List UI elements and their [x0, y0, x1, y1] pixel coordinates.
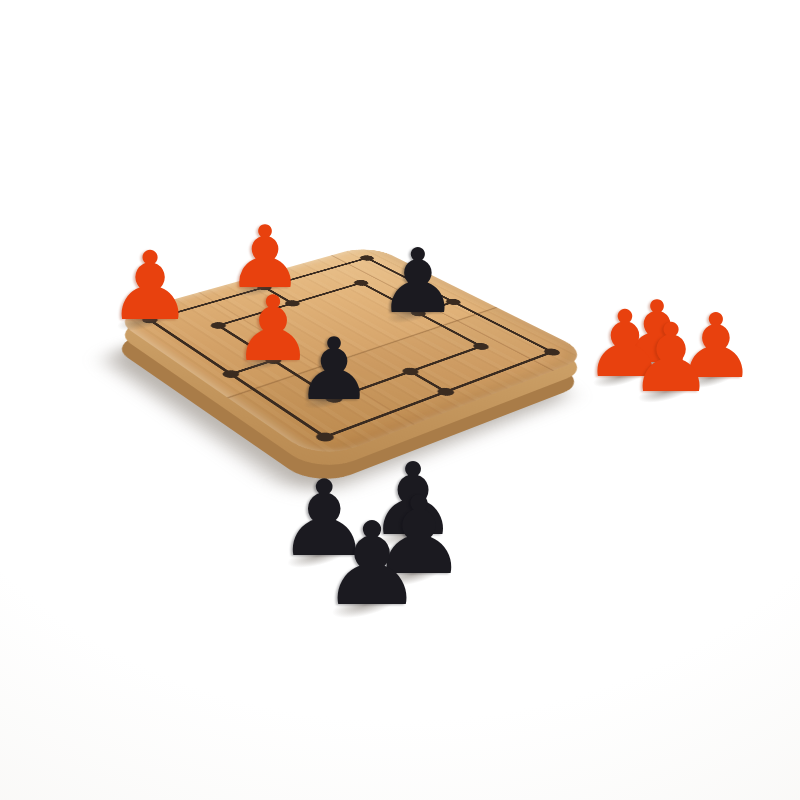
- black-pawn-b2[interactable]: ♟: [295, 326, 372, 412]
- scene: ♟♟♟♟♟♟♟♟♟♟♟♟♟: [0, 0, 800, 800]
- black-pawn-d3[interactable]: ♟: [378, 237, 458, 326]
- black-pawn-reserve-4[interactable]: ♟: [320, 507, 423, 622]
- red-pawn-reserve-4[interactable]: ♟: [628, 311, 713, 406]
- red-pawn-a5[interactable]: ♟: [107, 239, 192, 334]
